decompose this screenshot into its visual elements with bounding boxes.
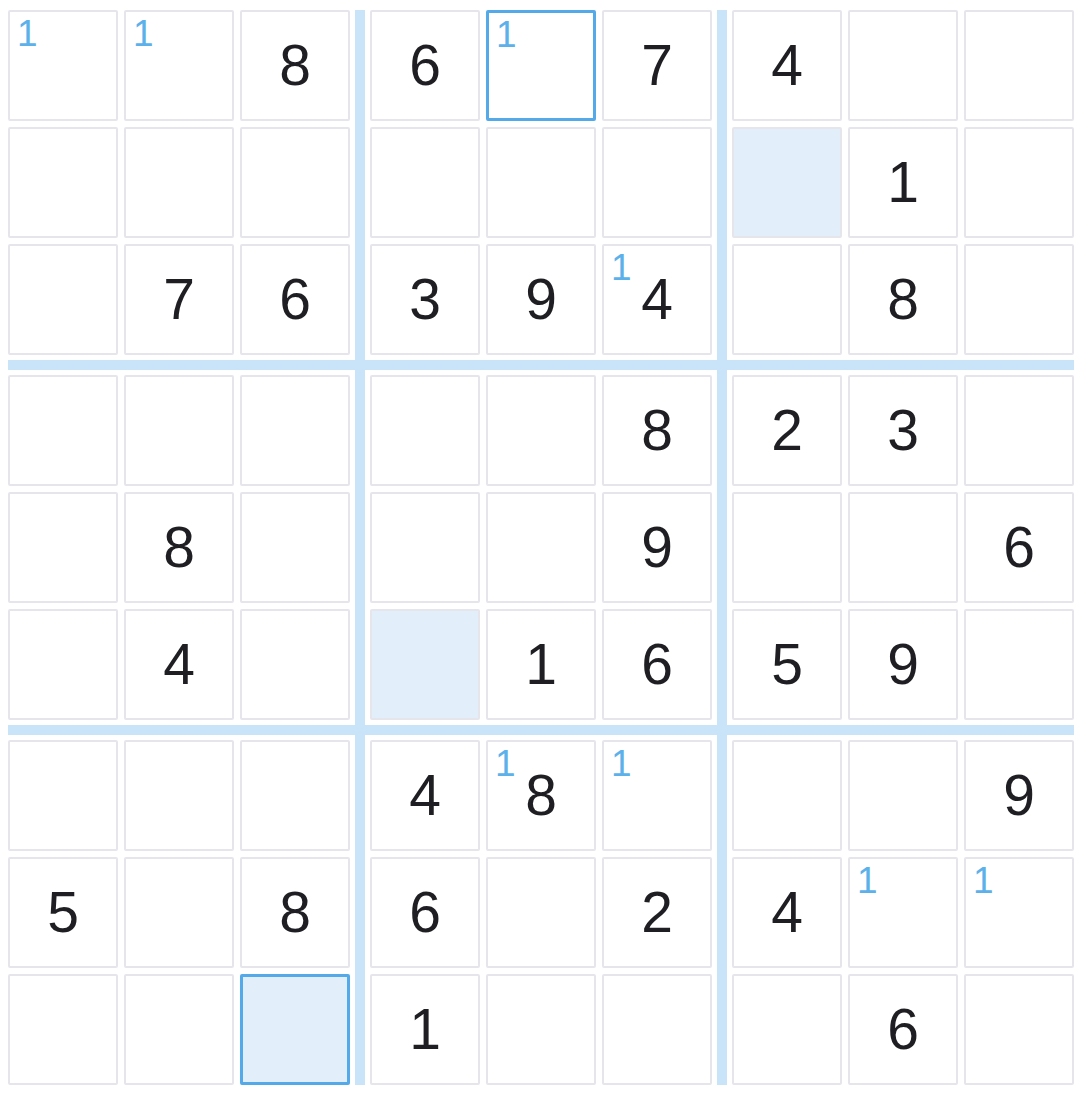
cell-digit: 4 [641, 271, 673, 328]
cell-r9c9[interactable] [964, 974, 1074, 1085]
cell-r6c9[interactable] [964, 609, 1074, 720]
cell-digit: 1 [525, 636, 557, 693]
pencil-mark-1: 1 [857, 861, 878, 902]
cell-r3c6[interactable]: 41 [602, 244, 712, 355]
cell-digit: 6 [409, 37, 441, 94]
cell-digit: 6 [409, 884, 441, 941]
cell-digit: 4 [163, 636, 195, 693]
cell-r4c3[interactable] [240, 375, 350, 486]
pencil-mark-1: 1 [133, 14, 154, 55]
cell-r7c9[interactable]: 9 [964, 740, 1074, 851]
cell-r3c7[interactable] [732, 244, 842, 355]
cell-digit: 2 [641, 884, 673, 941]
cell-r2c3[interactable] [240, 127, 350, 238]
cell-r8c1[interactable]: 5 [8, 857, 118, 968]
cell-r6c4[interactable] [370, 609, 480, 720]
cell-r3c9[interactable] [964, 244, 1074, 355]
cell-r2c8[interactable]: 1 [848, 127, 958, 238]
cell-r7c6[interactable]: 1 [602, 740, 712, 851]
cell-digit: 3 [887, 402, 919, 459]
cell-digit: 9 [525, 271, 557, 328]
cell-r4c1[interactable] [8, 375, 118, 486]
cell-digit: 6 [279, 271, 311, 328]
cell-digit: 8 [163, 519, 195, 576]
cell-r7c5[interactable]: 81 [486, 740, 596, 851]
cell-digit: 7 [641, 37, 673, 94]
box-separator-horizontal-2 [8, 725, 1074, 735]
pencil-mark-1: 1 [496, 15, 517, 56]
cell-digit: 8 [887, 271, 919, 328]
pencil-mark-1: 1 [611, 744, 632, 785]
cell-r6c8[interactable]: 9 [848, 609, 958, 720]
cell-r2c7[interactable] [732, 127, 842, 238]
cell-digit: 9 [887, 636, 919, 693]
cell-r1c7[interactable]: 4 [732, 10, 842, 121]
cell-digit: 1 [409, 1001, 441, 1058]
cell-r7c1[interactable] [8, 740, 118, 851]
cell-digit: 2 [771, 402, 803, 459]
cell-digit: 8 [525, 767, 557, 824]
cell-digit: 5 [771, 636, 803, 693]
cell-r8c9[interactable]: 1 [964, 857, 1074, 968]
cell-r5c7[interactable] [732, 492, 842, 603]
cell-r2c5[interactable] [486, 127, 596, 238]
cell-r5c5[interactable] [486, 492, 596, 603]
cell-r7c8[interactable] [848, 740, 958, 851]
box-separator-vertical-1 [355, 10, 365, 1085]
cell-r9c7[interactable] [732, 974, 842, 1085]
cell-r4c6[interactable]: 8 [602, 375, 712, 486]
cell-r4c2[interactable] [124, 375, 234, 486]
cell-r5c1[interactable] [8, 492, 118, 603]
cell-digit: 8 [279, 37, 311, 94]
cell-r8c6[interactable]: 2 [602, 857, 712, 968]
cell-r8c2[interactable] [124, 857, 234, 968]
cell-r2c6[interactable] [602, 127, 712, 238]
cell-r3c4[interactable]: 3 [370, 244, 480, 355]
cell-r9c8[interactable]: 6 [848, 974, 958, 1085]
cell-r9c5[interactable] [486, 974, 596, 1085]
cell-r7c4[interactable]: 4 [370, 740, 480, 851]
cell-digit: 9 [641, 519, 673, 576]
cell-r1c9[interactable] [964, 10, 1074, 121]
cell-r1c5[interactable]: 1 [486, 10, 596, 121]
sudoku-board: 1186174176394188238964165948119586241116 [8, 10, 1074, 1085]
cell-r9c2[interactable] [124, 974, 234, 1085]
cell-digit: 3 [409, 271, 441, 328]
cell-r3c3[interactable]: 6 [240, 244, 350, 355]
cell-r6c5[interactable]: 1 [486, 609, 596, 720]
cell-r6c3[interactable] [240, 609, 350, 720]
cell-digit: 4 [771, 37, 803, 94]
cell-r4c7[interactable]: 2 [732, 375, 842, 486]
cell-r1c1[interactable]: 1 [8, 10, 118, 121]
cell-r9c3[interactable] [240, 974, 350, 1085]
cell-r2c1[interactable] [8, 127, 118, 238]
cell-r1c8[interactable] [848, 10, 958, 121]
cell-r1c3[interactable]: 8 [240, 10, 350, 121]
cell-r4c9[interactable] [964, 375, 1074, 486]
cell-r9c4[interactable]: 1 [370, 974, 480, 1085]
cell-r5c9[interactable]: 6 [964, 492, 1074, 603]
cell-digit: 4 [409, 767, 441, 824]
cell-digit: 1 [887, 154, 919, 211]
cell-r5c6[interactable]: 9 [602, 492, 712, 603]
cell-r8c7[interactable]: 4 [732, 857, 842, 968]
cell-r6c2[interactable]: 4 [124, 609, 234, 720]
pencil-mark-1: 1 [973, 861, 994, 902]
cell-r6c6[interactable]: 6 [602, 609, 712, 720]
cell-r7c3[interactable] [240, 740, 350, 851]
box-separator-vertical-2 [717, 10, 727, 1085]
cell-r5c4[interactable] [370, 492, 480, 603]
cell-digit: 9 [1003, 767, 1035, 824]
cell-digit: 6 [641, 636, 673, 693]
cell-r3c2[interactable]: 7 [124, 244, 234, 355]
cell-r7c2[interactable] [124, 740, 234, 851]
cell-r3c8[interactable]: 8 [848, 244, 958, 355]
cell-r2c2[interactable] [124, 127, 234, 238]
cell-r4c4[interactable] [370, 375, 480, 486]
cell-r9c1[interactable] [8, 974, 118, 1085]
cell-r5c2[interactable]: 8 [124, 492, 234, 603]
cell-r8c8[interactable]: 1 [848, 857, 958, 968]
cell-digit: 6 [887, 1001, 919, 1058]
cell-digit: 8 [279, 884, 311, 941]
cell-digit: 6 [1003, 519, 1035, 576]
cell-r2c4[interactable] [370, 127, 480, 238]
cell-digit: 4 [771, 884, 803, 941]
cell-r2c9[interactable] [964, 127, 1074, 238]
cell-r3c1[interactable] [8, 244, 118, 355]
cell-r6c1[interactable] [8, 609, 118, 720]
cell-r8c4[interactable]: 6 [370, 857, 480, 968]
pencil-mark-1: 1 [495, 744, 516, 785]
box-separator-horizontal-1 [8, 360, 1074, 370]
cell-r4c8[interactable]: 3 [848, 375, 958, 486]
cell-r5c8[interactable] [848, 492, 958, 603]
cell-r3c5[interactable]: 9 [486, 244, 596, 355]
cell-digit: 5 [47, 884, 79, 941]
cell-r8c5[interactable] [486, 857, 596, 968]
pencil-mark-1: 1 [611, 248, 632, 289]
cell-r1c2[interactable]: 1 [124, 10, 234, 121]
cell-r5c3[interactable] [240, 492, 350, 603]
cell-r4c5[interactable] [486, 375, 596, 486]
cell-r6c7[interactable]: 5 [732, 609, 842, 720]
cell-r1c4[interactable]: 6 [370, 10, 480, 121]
pencil-mark-1: 1 [17, 14, 38, 55]
cell-r1c6[interactable]: 7 [602, 10, 712, 121]
cell-digit: 7 [163, 271, 195, 328]
cell-r8c3[interactable]: 8 [240, 857, 350, 968]
cell-r7c7[interactable] [732, 740, 842, 851]
cell-digit: 8 [641, 402, 673, 459]
cell-r9c6[interactable] [602, 974, 712, 1085]
